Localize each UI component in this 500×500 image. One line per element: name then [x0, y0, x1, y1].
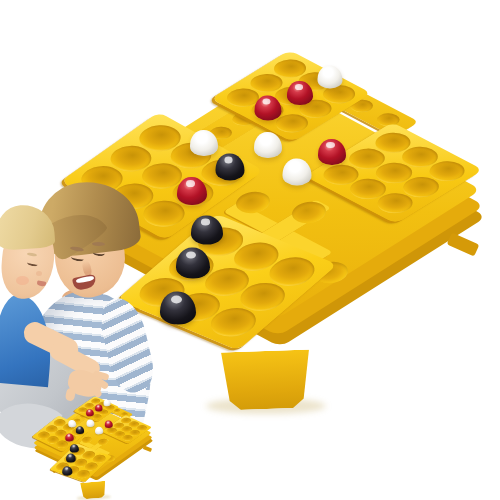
marble-black	[176, 248, 210, 279]
marble-black	[70, 444, 80, 453]
marble-white	[103, 400, 110, 407]
marble-white	[283, 159, 312, 186]
marble-white	[95, 426, 104, 434]
marble-black	[216, 154, 245, 181]
baby-nose	[36, 271, 42, 276]
marble-white	[254, 132, 282, 158]
marble-red	[105, 420, 113, 428]
marble-black	[62, 466, 73, 476]
marble-red	[287, 81, 313, 105]
man-eyebrow	[92, 242, 105, 246]
marble-black	[76, 426, 85, 434]
marble-red	[86, 409, 94, 417]
base-foot-right	[447, 232, 480, 256]
baby-cheek	[16, 276, 29, 285]
marble-black	[66, 453, 76, 462]
marble-red	[318, 139, 346, 165]
marble-red	[177, 177, 207, 205]
marble-red	[255, 96, 282, 121]
marble-white	[190, 130, 218, 156]
product-photo-stage	[0, 0, 500, 500]
marble-red	[65, 433, 74, 441]
marble-white	[318, 66, 343, 89]
marble-white	[86, 419, 94, 427]
marble-white	[68, 420, 76, 428]
marble-red	[95, 404, 103, 411]
marble-black	[191, 216, 223, 245]
